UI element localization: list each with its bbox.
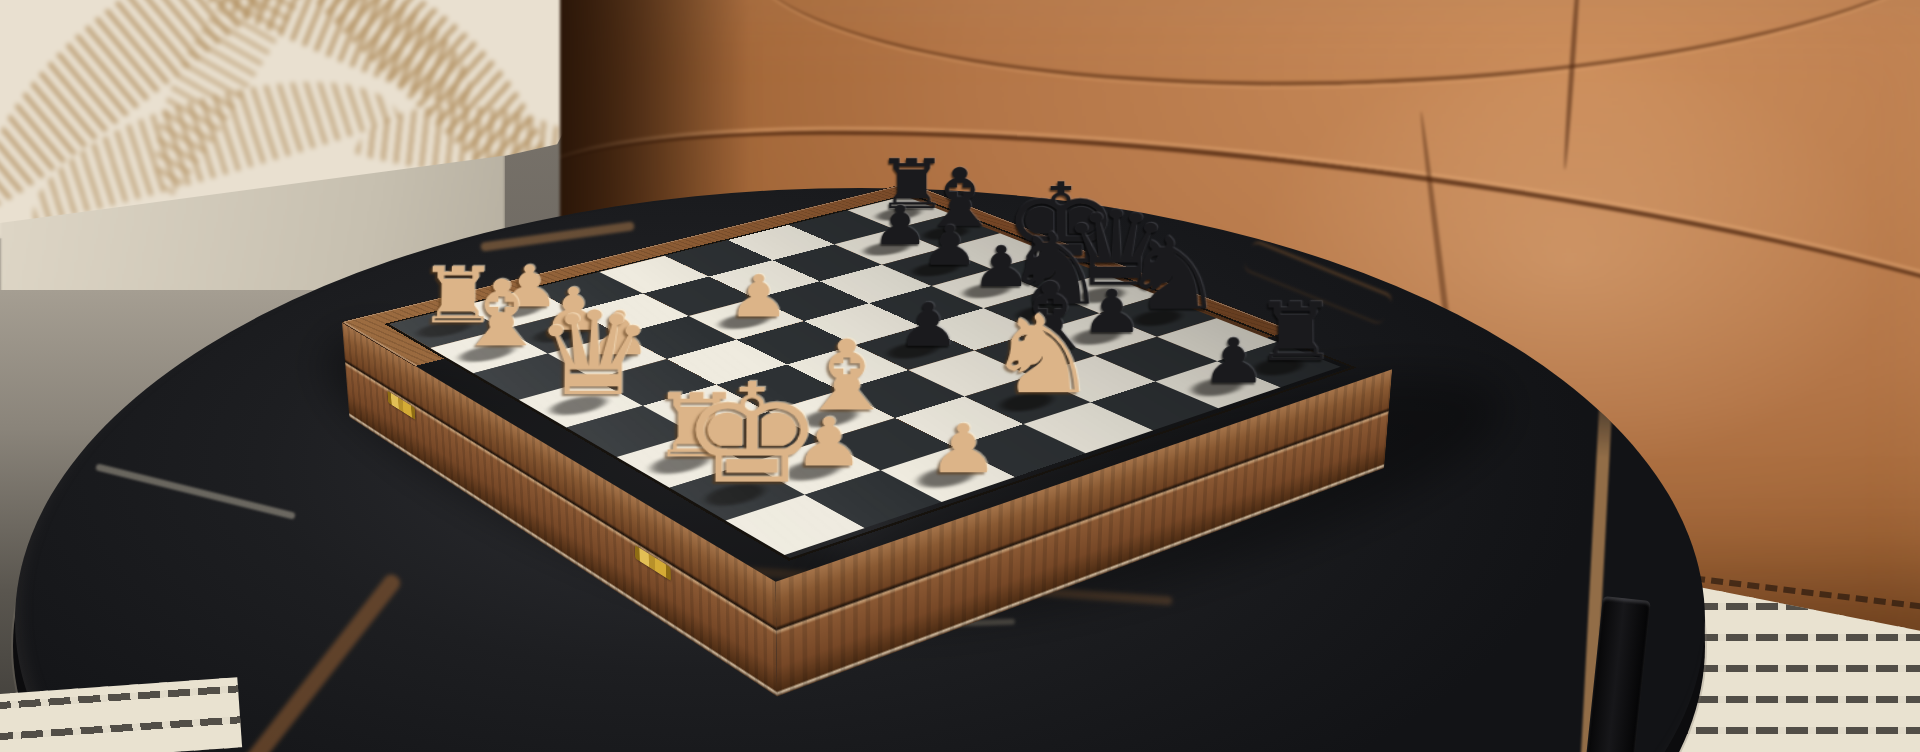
- brass-hinge-icon: [387, 390, 415, 419]
- marble-vein: [95, 463, 296, 519]
- piece-black-pawn[interactable]: ♟: [1201, 332, 1267, 391]
- piece-white-pawn[interactable]: ♟: [928, 417, 999, 481]
- brass-hinge-icon: [635, 545, 671, 581]
- marble-vein: [224, 571, 404, 752]
- piece-black-pawn[interactable]: ♟: [921, 220, 980, 272]
- living-room-scene: ♜♝♛♜♚♟♟♟♟♝♟♟♟♞♝♟♟♟♞♟♟♜♝♚♛♞♜: [0, 0, 1920, 752]
- piece-white-king[interactable]: ♚: [679, 369, 824, 499]
- square-h7[interactable]: ♟: [1155, 361, 1280, 408]
- piece-white-queen[interactable]: ♛: [532, 300, 655, 410]
- piece-white-pawn[interactable]: ♟: [728, 269, 790, 324]
- piece-black-pawn[interactable]: ♟: [897, 297, 961, 354]
- piece-white-knight[interactable]: ♞: [985, 303, 1100, 406]
